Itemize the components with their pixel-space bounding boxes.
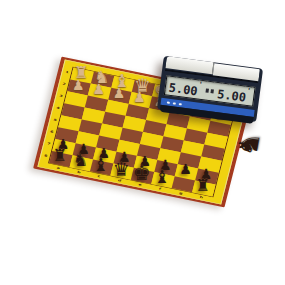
file-label-b: b [77, 171, 81, 174]
rank-label-5: 5 [53, 118, 57, 121]
rank-label-8: 8 [44, 154, 48, 157]
rank-label-3: 3 [59, 94, 63, 97]
photo-stage: ♜♞♝♛♚♝♞♜♟♟♟♟♟♟♟♟♟♟♟♟♟♟♟♟♜♞♝♛♚♝♜ abcdefgh… [0, 0, 285, 285]
piece-black-bishop[interactable]: ♝ [151, 166, 173, 188]
chess-clock: 5.00' 5.00' [157, 56, 263, 123]
piece-black-rook[interactable]: ♜ [49, 145, 71, 167]
square-h8[interactable]: ♜ [192, 180, 215, 196]
clock-right-time: 5.00' [216, 83, 251, 106]
piece-black-rook[interactable]: ♜ [192, 175, 214, 197]
file-label-f: f [158, 187, 161, 190]
file-label-e: e [138, 183, 142, 186]
rank-label-4: 4 [56, 106, 60, 109]
piece-black-bishop[interactable]: ♝ [90, 154, 112, 176]
rank-label-6: 6 [50, 130, 54, 133]
file-label-c: c [97, 175, 100, 178]
rank-label-7: 7 [47, 142, 51, 145]
clock-left-time: 5.00' [168, 76, 203, 99]
file-label-g: g [179, 191, 183, 194]
piece-black-queen[interactable]: ♛ [110, 158, 132, 180]
file-label-a: a [56, 166, 60, 169]
piece-black-knight[interactable]: ♞ [69, 149, 91, 171]
file-label-d: d [118, 179, 122, 182]
clock-rocker-left-button[interactable] [165, 56, 214, 74]
piece-black-king[interactable]: ♚ [131, 162, 153, 184]
file-label-h: h [199, 196, 203, 199]
rank-label-1: 1 [65, 71, 69, 74]
lcd-center-icons [202, 88, 218, 94]
fallen-black-knight-piece[interactable]: ♞ [230, 126, 267, 162]
rank-label-2: 2 [62, 82, 66, 85]
